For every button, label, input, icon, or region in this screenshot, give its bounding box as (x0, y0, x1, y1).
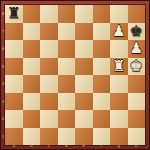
file-label-f: f (93, 143, 111, 149)
square-f8[interactable] (93, 5, 111, 23)
square-d6[interactable] (58, 40, 76, 58)
square-a2[interactable] (5, 110, 23, 128)
square-b7[interactable] (23, 23, 41, 41)
square-c8[interactable] (40, 5, 58, 23)
square-a8[interactable]: ♜ (5, 5, 23, 23)
rank-label-3: 3 (1, 93, 5, 111)
square-a7[interactable] (5, 23, 23, 41)
square-a6[interactable] (5, 40, 23, 58)
square-h3[interactable] (128, 93, 146, 111)
square-h4[interactable] (128, 75, 146, 93)
square-c4[interactable] (40, 75, 58, 93)
square-d7[interactable] (58, 23, 76, 41)
file-label-h: h (128, 143, 146, 149)
square-h5[interactable]: ♚ (128, 58, 146, 76)
rank-label-6: 6 (1, 40, 5, 58)
square-d2[interactable] (58, 110, 76, 128)
white-rook[interactable]: ♜ (110, 58, 128, 76)
square-g6[interactable] (110, 40, 128, 58)
rank-label-7: 7 (1, 23, 5, 41)
rank-label-2: 2 (1, 110, 5, 128)
square-d5[interactable] (58, 58, 76, 76)
square-b6[interactable] (23, 40, 41, 58)
square-b2[interactable] (23, 110, 41, 128)
square-c6[interactable] (40, 40, 58, 58)
file-label-c: c (40, 143, 58, 149)
white-king[interactable]: ♚ (128, 58, 146, 76)
square-c3[interactable] (40, 93, 58, 111)
black-rook[interactable]: ♜ (5, 5, 23, 23)
square-d8[interactable] (58, 5, 76, 23)
square-a5[interactable] (5, 58, 23, 76)
square-h2[interactable] (128, 110, 146, 128)
square-b4[interactable] (23, 75, 41, 93)
rank-label-4: 4 (1, 75, 5, 93)
square-f2[interactable] (93, 110, 111, 128)
square-e7[interactable] (75, 23, 93, 41)
square-e4[interactable] (75, 75, 93, 93)
square-f3[interactable] (93, 93, 111, 111)
square-a4[interactable] (5, 75, 23, 93)
square-b5[interactable] (23, 58, 41, 76)
file-label-g: g (110, 143, 128, 149)
white-pawn[interactable]: ♟ (128, 40, 146, 58)
square-h8[interactable] (128, 5, 146, 23)
square-g4[interactable] (110, 75, 128, 93)
rank-label-5: 5 (1, 58, 5, 76)
square-h7[interactable]: ♚ (128, 23, 146, 41)
square-f6[interactable] (93, 40, 111, 58)
square-c5[interactable] (40, 58, 58, 76)
square-f7[interactable] (93, 23, 111, 41)
square-h6[interactable]: ♟ (128, 40, 146, 58)
square-e8[interactable] (75, 5, 93, 23)
square-g7[interactable]: ♟ (110, 23, 128, 41)
black-king[interactable]: ♚ (128, 23, 146, 41)
square-g2[interactable] (110, 110, 128, 128)
square-f4[interactable] (93, 75, 111, 93)
file-label-d: d (58, 143, 76, 149)
square-e6[interactable] (75, 40, 93, 58)
square-g8[interactable] (110, 5, 128, 23)
square-d3[interactable] (58, 93, 76, 111)
square-c7[interactable] (40, 23, 58, 41)
square-f5[interactable] (93, 58, 111, 76)
square-e3[interactable] (75, 93, 93, 111)
white-pawn[interactable]: ♟ (110, 23, 128, 41)
square-g5[interactable]: ♜ (110, 58, 128, 76)
square-g3[interactable] (110, 93, 128, 111)
square-a3[interactable] (5, 93, 23, 111)
chess-board: ♜♟♚♟♜♚ (5, 5, 145, 145)
rank-label-8: 8 (1, 5, 5, 23)
chess-board-frame: ♜♟♚♟♜♚ 87654321abcdefgh (0, 0, 150, 150)
square-e5[interactable] (75, 58, 93, 76)
square-e2[interactable] (75, 110, 93, 128)
square-d4[interactable] (58, 75, 76, 93)
square-b3[interactable] (23, 93, 41, 111)
file-label-a: a (5, 143, 23, 149)
file-label-b: b (23, 143, 41, 149)
square-b8[interactable] (23, 5, 41, 23)
square-c2[interactable] (40, 110, 58, 128)
file-label-e: e (75, 143, 93, 149)
